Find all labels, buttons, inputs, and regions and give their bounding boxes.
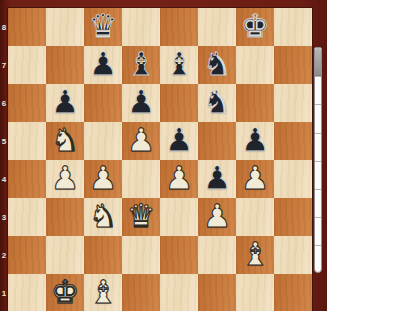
square-e1[interactable] (160, 274, 198, 311)
scrollbar-tick (315, 76, 321, 77)
rank-label-6: 6 (0, 84, 8, 122)
square-h4[interactable] (274, 160, 312, 198)
piece-white-pawn-g4[interactable]: ♟ (236, 160, 274, 198)
square-g1[interactable] (236, 274, 274, 311)
piece-black-pawn-f4[interactable]: ♟ (198, 160, 236, 198)
chess-board[interactable]: ♛♚♟♝♝♞♟♟♞♞♟♟♟♟♟♟♟♟♞♛♟♝♚♝ (8, 8, 312, 311)
square-d5[interactable]: ♟ (122, 122, 160, 160)
rank-label-3: 3 (0, 198, 8, 236)
square-a1[interactable] (8, 274, 46, 311)
square-f6[interactable]: ♞ (198, 84, 236, 122)
square-h2[interactable] (274, 236, 312, 274)
square-e6[interactable] (160, 84, 198, 122)
square-b8[interactable] (46, 8, 84, 46)
piece-black-bishop-e7[interactable]: ♝ (160, 46, 198, 84)
piece-white-pawn-e4[interactable]: ♟ (160, 160, 198, 198)
piece-white-knight-c3[interactable]: ♞ (84, 198, 122, 236)
square-g2[interactable]: ♝ (236, 236, 274, 274)
square-a2[interactable] (8, 236, 46, 274)
rank-label-5: 5 (0, 122, 8, 160)
square-a4[interactable] (8, 160, 46, 198)
square-f3[interactable]: ♟ (198, 198, 236, 236)
square-g8[interactable]: ♚ (236, 8, 274, 46)
square-a5[interactable] (8, 122, 46, 160)
piece-black-bishop-d7[interactable]: ♝ (122, 46, 160, 84)
piece-black-king-g8[interactable]: ♚ (236, 8, 274, 46)
square-g3[interactable] (236, 198, 274, 236)
square-c1[interactable]: ♝ (84, 274, 122, 311)
rank-label-8: 8 (0, 8, 8, 46)
scrollbar-tick (315, 161, 321, 162)
piece-white-queen-d3[interactable]: ♛ (122, 198, 160, 236)
square-c5[interactable] (84, 122, 122, 160)
square-g7[interactable] (236, 46, 274, 84)
square-h3[interactable] (274, 198, 312, 236)
piece-black-pawn-g5[interactable]: ♟ (236, 122, 274, 160)
square-g6[interactable] (236, 84, 274, 122)
square-c8[interactable]: ♛ (84, 8, 122, 46)
square-d6[interactable]: ♟ (122, 84, 160, 122)
square-d1[interactable] (122, 274, 160, 311)
scrollbar-thumb[interactable] (315, 48, 321, 76)
board-scrollbar[interactable] (314, 47, 322, 273)
piece-black-pawn-e5[interactable]: ♟ (160, 122, 198, 160)
square-d4[interactable] (122, 160, 160, 198)
square-d7[interactable]: ♝ (122, 46, 160, 84)
square-b4[interactable]: ♟ (46, 160, 84, 198)
piece-black-pawn-b6[interactable]: ♟ (46, 84, 84, 122)
piece-black-queen-c8[interactable]: ♛ (84, 8, 122, 46)
square-f4[interactable]: ♟ (198, 160, 236, 198)
square-e4[interactable]: ♟ (160, 160, 198, 198)
square-c4[interactable]: ♟ (84, 160, 122, 198)
square-h8[interactable] (274, 8, 312, 46)
square-f8[interactable] (198, 8, 236, 46)
rank-label-1: 1 (0, 274, 8, 311)
square-f2[interactable] (198, 236, 236, 274)
square-a8[interactable] (8, 8, 46, 46)
square-c6[interactable] (84, 84, 122, 122)
board-frame: 87654321 ♛♚♟♝♝♞♟♟♞♞♟♟♟♟♟♟♟♟♞♛♟♝♚♝ (0, 0, 327, 311)
square-b5[interactable]: ♞ (46, 122, 84, 160)
piece-white-king-b1[interactable]: ♚ (46, 274, 84, 311)
square-f5[interactable] (198, 122, 236, 160)
piece-white-bishop-c1[interactable]: ♝ (84, 274, 122, 311)
square-h1[interactable] (274, 274, 312, 311)
square-g4[interactable]: ♟ (236, 160, 274, 198)
piece-black-pawn-c7[interactable]: ♟ (84, 46, 122, 84)
square-a7[interactable] (8, 46, 46, 84)
piece-white-pawn-c4[interactable]: ♟ (84, 160, 122, 198)
square-h5[interactable] (274, 122, 312, 160)
square-d3[interactable]: ♛ (122, 198, 160, 236)
scrollbar-tick (315, 189, 321, 190)
square-e5[interactable]: ♟ (160, 122, 198, 160)
square-b6[interactable]: ♟ (46, 84, 84, 122)
chess-app-page: 87654321 ♛♚♟♝♝♞♟♟♞♞♟♟♟♟♟♟♟♟♞♛♟♝♚♝ (0, 0, 414, 311)
piece-white-pawn-b4[interactable]: ♟ (46, 160, 84, 198)
square-a6[interactable] (8, 84, 46, 122)
square-b7[interactable] (46, 46, 84, 84)
square-c2[interactable] (84, 236, 122, 274)
square-d8[interactable] (122, 8, 160, 46)
square-b2[interactable] (46, 236, 84, 274)
square-e3[interactable] (160, 198, 198, 236)
piece-white-bishop-g2[interactable]: ♝ (236, 236, 274, 274)
square-c3[interactable]: ♞ (84, 198, 122, 236)
square-d2[interactable] (122, 236, 160, 274)
square-a3[interactable] (8, 198, 46, 236)
rank-label-2: 2 (0, 236, 8, 274)
square-g5[interactable]: ♟ (236, 122, 274, 160)
piece-black-pawn-d6[interactable]: ♟ (122, 84, 160, 122)
square-b3[interactable] (46, 198, 84, 236)
square-e8[interactable] (160, 8, 198, 46)
square-e7[interactable]: ♝ (160, 46, 198, 84)
square-f7[interactable]: ♞ (198, 46, 236, 84)
square-h6[interactable] (274, 84, 312, 122)
piece-white-pawn-d5[interactable]: ♟ (122, 122, 160, 160)
piece-black-knight-f6[interactable]: ♞ (198, 84, 236, 122)
square-h7[interactable] (274, 46, 312, 84)
rank-label-4: 4 (0, 160, 8, 198)
scrollbar-tick (315, 104, 321, 105)
piece-black-knight-f7[interactable]: ♞ (198, 46, 236, 84)
square-b1[interactable]: ♚ (46, 274, 84, 311)
scrollbar-tick (315, 133, 321, 134)
piece-white-pawn-f3[interactable]: ♟ (198, 198, 236, 236)
square-f1[interactable] (198, 274, 236, 311)
scrollbar-tick (315, 217, 321, 218)
square-e2[interactable] (160, 236, 198, 274)
scrollbar-tick (315, 245, 321, 246)
square-c7[interactable]: ♟ (84, 46, 122, 84)
rank-label-7: 7 (0, 46, 8, 84)
piece-white-knight-b5[interactable]: ♞ (46, 122, 84, 160)
